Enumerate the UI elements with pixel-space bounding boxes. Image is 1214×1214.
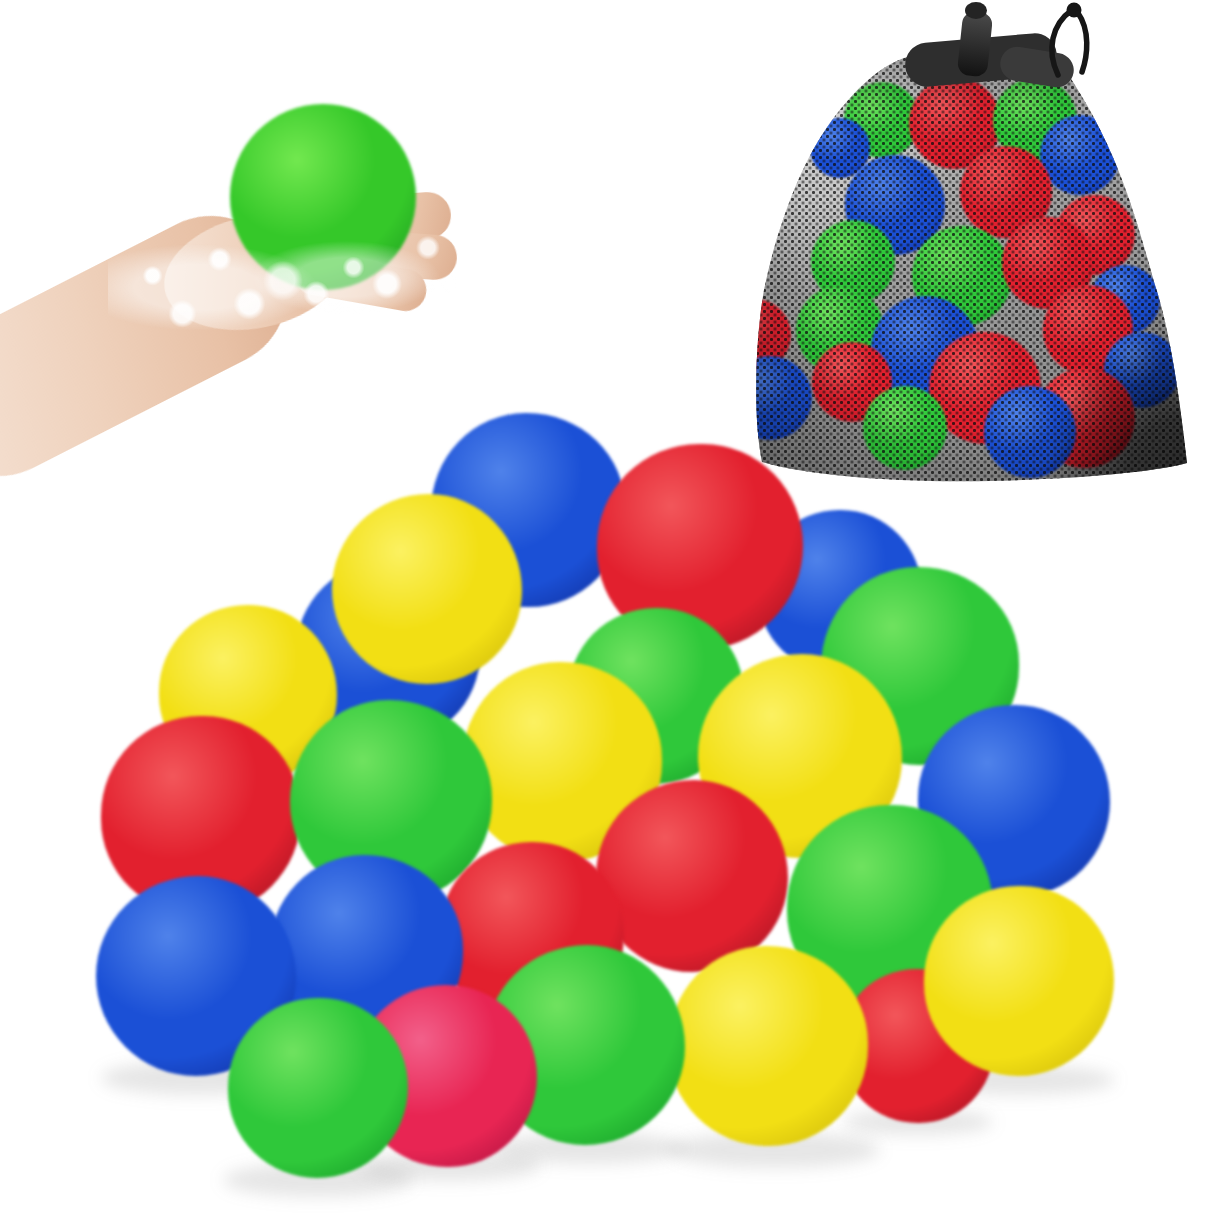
mesh-bag — [0, 0, 1214, 1214]
drawstring-cord — [1040, 0, 1120, 95]
cord-lock-knob — [965, 2, 987, 19]
product-photo — [0, 0, 1214, 1214]
